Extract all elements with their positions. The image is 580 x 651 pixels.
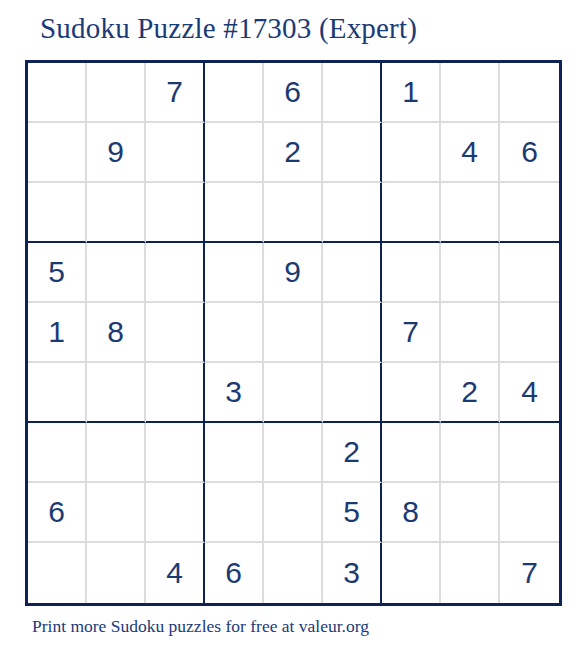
cell-r1c5: 6	[264, 63, 323, 123]
cell-r8c3	[146, 483, 205, 543]
cell-r6c2	[87, 363, 146, 423]
cell-r8c8	[441, 483, 500, 543]
cell-r9c7	[382, 543, 441, 603]
cell-r5c9	[500, 303, 559, 363]
cell-r4c7	[382, 243, 441, 303]
cell-r1c8	[441, 63, 500, 123]
cell-r4c4	[205, 243, 264, 303]
footer-text: Print more Sudoku puzzles for free at va…	[32, 616, 369, 637]
cell-r1c7: 1	[382, 63, 441, 123]
sudoku-board: 76192465918732426584637	[25, 60, 562, 606]
cell-r7c6: 2	[323, 423, 382, 483]
cell-r1c4	[205, 63, 264, 123]
cell-r7c5	[264, 423, 323, 483]
cell-r8c1: 6	[28, 483, 87, 543]
cell-r7c9	[500, 423, 559, 483]
cell-r7c2	[87, 423, 146, 483]
cell-r1c9	[500, 63, 559, 123]
cell-r2c3	[146, 123, 205, 183]
cell-r8c5	[264, 483, 323, 543]
cell-r8c6: 5	[323, 483, 382, 543]
cell-r5c2: 8	[87, 303, 146, 363]
page-title: Sudoku Puzzle #17303 (Expert)	[40, 12, 417, 45]
cell-r1c6	[323, 63, 382, 123]
cell-r2c7	[382, 123, 441, 183]
cell-r5c8	[441, 303, 500, 363]
cell-r9c4: 6	[205, 543, 264, 603]
cell-r7c1	[28, 423, 87, 483]
cell-r6c8: 2	[441, 363, 500, 423]
cell-r6c5	[264, 363, 323, 423]
cell-r3c1	[28, 183, 87, 243]
cell-r9c1	[28, 543, 87, 603]
cell-r3c3	[146, 183, 205, 243]
cell-r9c6: 3	[323, 543, 382, 603]
cell-r2c8: 4	[441, 123, 500, 183]
cell-r9c9: 7	[500, 543, 559, 603]
cell-r5c3	[146, 303, 205, 363]
cell-r5c4	[205, 303, 264, 363]
cell-r9c5	[264, 543, 323, 603]
cell-r5c6	[323, 303, 382, 363]
cell-r2c2: 9	[87, 123, 146, 183]
cell-r1c2	[87, 63, 146, 123]
cell-r6c4: 3	[205, 363, 264, 423]
cell-r1c1	[28, 63, 87, 123]
cell-r7c4	[205, 423, 264, 483]
cell-r3c8	[441, 183, 500, 243]
cell-r3c2	[87, 183, 146, 243]
cell-r7c8	[441, 423, 500, 483]
cell-r5c1: 1	[28, 303, 87, 363]
cell-r2c9: 6	[500, 123, 559, 183]
cell-r3c4	[205, 183, 264, 243]
cell-r9c3: 4	[146, 543, 205, 603]
cell-r8c7: 8	[382, 483, 441, 543]
cell-r3c7	[382, 183, 441, 243]
cell-r8c9	[500, 483, 559, 543]
cell-r4c2	[87, 243, 146, 303]
cell-r3c9	[500, 183, 559, 243]
cell-r9c8	[441, 543, 500, 603]
cell-r7c3	[146, 423, 205, 483]
cell-r2c4	[205, 123, 264, 183]
cell-r8c2	[87, 483, 146, 543]
cell-r4c9	[500, 243, 559, 303]
cell-r4c1: 5	[28, 243, 87, 303]
cell-r4c3	[146, 243, 205, 303]
cell-r5c7: 7	[382, 303, 441, 363]
cell-r4c6	[323, 243, 382, 303]
cell-r6c3	[146, 363, 205, 423]
cell-r6c1	[28, 363, 87, 423]
cell-r3c5	[264, 183, 323, 243]
cell-r2c5: 2	[264, 123, 323, 183]
cell-r9c2	[87, 543, 146, 603]
cell-r3c6	[323, 183, 382, 243]
cell-r7c7	[382, 423, 441, 483]
cell-r6c9: 4	[500, 363, 559, 423]
cell-r2c1	[28, 123, 87, 183]
cell-r4c8	[441, 243, 500, 303]
cell-r4c5: 9	[264, 243, 323, 303]
cell-r5c5	[264, 303, 323, 363]
cell-r2c6	[323, 123, 382, 183]
cell-r6c6	[323, 363, 382, 423]
cell-r8c4	[205, 483, 264, 543]
cell-r6c7	[382, 363, 441, 423]
cell-r1c3: 7	[146, 63, 205, 123]
